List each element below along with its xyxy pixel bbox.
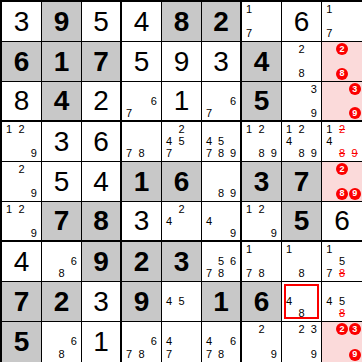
candidate-7: 7 — [203, 148, 215, 160]
candidate-2: 2 — [295, 43, 307, 55]
pencil-marks: 12489 — [282, 122, 321, 161]
candidate-6: 6 — [227, 95, 239, 107]
cell-r2c8[interactable]: 28 — [282, 42, 322, 82]
pencil-marks: 45789 — [202, 122, 240, 161]
candidate-9: 9 — [28, 148, 40, 160]
pencil-marks: 239 — [282, 322, 321, 362]
cell-r4c6[interactable]: 45789 — [202, 122, 242, 162]
cell-r1c7[interactable]: 17 — [242, 2, 282, 42]
pencil-marks: 29 — [242, 322, 281, 362]
cell-r2c7[interactable]: 4 — [242, 42, 282, 82]
candidate-7: 7 — [163, 348, 175, 361]
given-digit: 3 — [162, 242, 201, 281]
candidate-4: 4 — [203, 215, 215, 227]
pencil-marks: 67 — [122, 82, 161, 120]
pencil-marks: 1289 — [242, 122, 281, 161]
cell-r9c6[interactable]: 4678 — [202, 322, 242, 362]
pencil-marks: 18 — [282, 242, 321, 281]
candidate-4: 4 — [203, 336, 215, 349]
candidate-8: 8 — [295, 308, 307, 320]
pencil-marks: 29 — [2, 162, 41, 201]
cell-r4c5[interactable]: 2457 — [162, 122, 202, 162]
red-circle-mark: 2 — [336, 323, 348, 335]
pencil-marks: 289 — [322, 162, 362, 201]
solved-digit: 2 — [82, 82, 120, 120]
candidate-9: 9 — [28, 188, 40, 200]
candidate-2-circled: 2 — [336, 323, 349, 336]
candidate-7: 7 — [123, 348, 135, 361]
candidate-8-eliminated: 8 — [336, 148, 349, 160]
candidate-8: 8 — [135, 148, 147, 160]
candidate-2: 2 — [255, 123, 267, 135]
candidate-5: 5 — [336, 295, 349, 307]
given-digit: 3 — [242, 162, 281, 201]
candidate-5: 5 — [175, 135, 187, 147]
cell-r2c4[interactable]: 5 — [122, 42, 162, 82]
candidate-7: 7 — [123, 148, 135, 160]
candidate-5: 5 — [336, 255, 349, 267]
candidate-9: 9 — [308, 148, 320, 160]
cell-r6c7[interactable]: 129 — [242, 202, 282, 242]
cell-r4c7[interactable]: 1289 — [242, 122, 282, 162]
candidate-2-circled: 2 — [336, 163, 349, 175]
solved-digit: 4 — [122, 2, 161, 41]
candidate-7: 7 — [243, 28, 255, 40]
solved-digit: 5 — [82, 2, 120, 41]
candidate-9: 9 — [227, 188, 239, 200]
candidate-9: 9 — [227, 227, 239, 239]
candidate-7: 7 — [163, 148, 175, 160]
candidate-4: 4 — [203, 135, 215, 147]
candidate-2-eliminated: 2 — [336, 123, 349, 135]
candidate-1: 1 — [243, 203, 255, 215]
cell-r1c9[interactable]: 17 — [322, 2, 362, 42]
given-digit: 9 — [82, 242, 120, 281]
pencil-marks: 178 — [242, 242, 281, 281]
given-digit: 2 — [202, 2, 240, 41]
cell-r1c2[interactable]: 9 — [42, 2, 82, 42]
candidate-8-circled: 8 — [336, 68, 349, 80]
solved-digit: 3 — [2, 2, 41, 41]
candidate-1: 1 — [3, 203, 15, 215]
cell-r8c7[interactable]: 6 — [242, 282, 282, 322]
pencil-marks: 47 — [162, 322, 201, 362]
cell-r3c6[interactable]: 67 — [202, 82, 242, 122]
given-digit: 7 — [2, 282, 41, 321]
pencil-marks: 68 — [42, 242, 81, 281]
candidate-2: 2 — [255, 323, 267, 336]
cell-r4c8[interactable]: 12489 — [282, 122, 322, 162]
candidate-4: 4 — [323, 135, 336, 147]
given-digit: 7 — [42, 202, 81, 240]
candidate-7: 7 — [203, 268, 215, 280]
solved-digit: 9 — [162, 42, 201, 81]
given-digit: 4 — [242, 42, 281, 81]
cell-r8c4[interactable]: 9 — [122, 282, 162, 322]
candidate-3-circled: 3 — [348, 323, 361, 336]
given-digit: 4 — [42, 82, 81, 120]
candidate-8: 8 — [295, 148, 307, 160]
cell-r4c9[interactable]: 12489 — [322, 122, 362, 162]
candidate-9: 9 — [308, 348, 320, 361]
given-digit: 8 — [82, 202, 120, 240]
red-circle-mark: 9 — [349, 349, 361, 361]
cell-r9c9[interactable]: 239 — [322, 322, 362, 362]
cell-r1c5[interactable]: 8 — [162, 2, 202, 42]
cell-r8c6[interactable]: 1 — [202, 282, 242, 322]
candidate-9-circled: 9 — [348, 188, 361, 200]
cell-r3c7[interactable]: 5 — [242, 82, 282, 122]
cell-r1c8[interactable]: 6 — [282, 2, 322, 42]
cell-r4c1[interactable]: 129 — [2, 122, 42, 162]
cell-r5c2[interactable]: 5 — [42, 162, 82, 202]
candidate-1: 1 — [3, 123, 15, 135]
solved-digit: 3 — [42, 122, 81, 161]
candidate-7: 7 — [203, 107, 215, 119]
solved-digit: 6 — [82, 122, 120, 161]
cell-r7c8[interactable]: 18 — [282, 242, 322, 282]
solved-digit: 1 — [82, 322, 120, 362]
cell-r6c5[interactable]: 24 — [162, 202, 202, 242]
cell-r9c4[interactable]: 678 — [122, 322, 162, 362]
pencil-marks: 678 — [122, 322, 161, 362]
candidate-2: 2 — [175, 123, 187, 135]
cell-r9c3[interactable]: 1 — [82, 322, 122, 362]
candidate-4: 4 — [163, 336, 175, 349]
cell-r5c5[interactable]: 6 — [162, 162, 202, 202]
given-digit: 1 — [122, 162, 161, 201]
pencil-marks: 17 — [322, 2, 362, 41]
candidate-4: 4 — [163, 135, 175, 147]
cell-r7c4[interactable]: 2 — [122, 242, 162, 282]
candidate-9: 9 — [308, 107, 320, 119]
cell-r3c9[interactable]: 39 — [322, 82, 362, 122]
given-digit: 6 — [162, 162, 201, 201]
cell-r7c7[interactable]: 178 — [242, 242, 282, 282]
cell-r1c1[interactable]: 3 — [2, 2, 42, 42]
candidate-4: 4 — [283, 295, 295, 307]
cell-r8c8[interactable]: 48 — [282, 282, 322, 322]
pencil-marks: 39 — [322, 82, 362, 120]
red-circle-mark: 9 — [349, 188, 361, 200]
cell-r6c6[interactable]: 49 — [202, 202, 242, 242]
cell-r8c3[interactable]: 3 — [82, 282, 122, 322]
cell-r4c3[interactable]: 6 — [82, 122, 122, 162]
candidate-2: 2 — [15, 123, 27, 135]
pencil-marks: 49 — [202, 202, 240, 240]
candidate-8: 8 — [215, 188, 227, 200]
candidate-4: 4 — [283, 135, 295, 147]
cell-r7c2[interactable]: 68 — [42, 242, 82, 282]
cell-r5c9[interactable]: 289 — [322, 162, 362, 202]
cell-r5c3[interactable]: 4 — [82, 162, 122, 202]
solved-digit: 1 — [162, 82, 201, 120]
pencil-marks: 24 — [162, 202, 201, 240]
cell-r3c3[interactable]: 2 — [82, 82, 122, 122]
cell-r7c5[interactable]: 3 — [162, 242, 202, 282]
given-digit: 5 — [282, 202, 321, 240]
solved-digit: 3 — [82, 282, 120, 321]
candidate-8: 8 — [215, 148, 227, 160]
candidate-1: 1 — [283, 123, 295, 135]
cell-r9c2[interactable]: 68 — [42, 322, 82, 362]
red-circle-mark: 8 — [336, 68, 348, 80]
candidate-6: 6 — [68, 336, 80, 349]
solved-digit: 3 — [202, 42, 240, 81]
cell-r1c4[interactable]: 4 — [122, 2, 162, 42]
candidate-5: 5 — [175, 295, 187, 307]
candidate-1: 1 — [323, 243, 336, 255]
cell-r4c4[interactable]: 78 — [122, 122, 162, 162]
pencil-marks: 4678 — [202, 322, 240, 362]
cell-r6c3[interactable]: 8 — [82, 202, 122, 242]
pencil-marks: 17 — [242, 2, 281, 41]
candidate-9-circled: 9 — [348, 107, 361, 119]
cell-r4c2[interactable]: 3 — [42, 122, 82, 162]
cell-r3c1[interactable]: 8 — [2, 82, 42, 122]
candidate-6: 6 — [227, 255, 239, 267]
given-digit: 5 — [242, 82, 281, 120]
candidate-9-eliminated: 9 — [348, 148, 361, 160]
cell-r2c2[interactable]: 1 — [42, 42, 82, 82]
pencil-marks: 28 — [322, 42, 362, 81]
candidate-2: 2 — [15, 163, 27, 175]
candidate-2: 2 — [295, 123, 307, 135]
candidate-4: 4 — [163, 215, 175, 227]
given-digit: 7 — [282, 162, 321, 201]
candidate-6: 6 — [68, 255, 80, 267]
cell-r7c6[interactable]: 5678 — [202, 242, 242, 282]
candidate-3: 3 — [308, 83, 320, 95]
red-circle-mark: 9 — [349, 107, 361, 119]
solved-digit: 4 — [82, 162, 120, 201]
cell-r5c7[interactable]: 3 — [242, 162, 282, 202]
candidate-3: 3 — [308, 323, 320, 336]
cell-r6c8[interactable]: 5 — [282, 202, 322, 242]
pencil-marks: 239 — [322, 322, 362, 362]
red-circle-mark: 3 — [349, 323, 361, 335]
given-digit: 7 — [82, 42, 120, 81]
solved-digit: 5 — [122, 42, 161, 81]
cell-r9c1[interactable]: 5 — [2, 322, 42, 362]
cell-r2c5[interactable]: 9 — [162, 42, 202, 82]
candidate-9-circled: 9 — [348, 348, 361, 361]
cell-r6c2[interactable]: 7 — [42, 202, 82, 242]
cell-r3c4[interactable]: 67 — [122, 82, 162, 122]
cell-r3c5[interactable]: 1 — [162, 82, 202, 122]
given-digit: 9 — [42, 2, 81, 41]
pencil-marks: 458 — [322, 282, 362, 321]
candidate-4: 4 — [323, 295, 336, 307]
candidate-2: 2 — [295, 323, 307, 336]
candidate-8: 8 — [255, 148, 267, 160]
red-circle-mark: 2 — [336, 163, 348, 175]
candidate-2: 2 — [15, 203, 27, 215]
cell-r3c2[interactable]: 4 — [42, 82, 82, 122]
cell-r5c1[interactable]: 29 — [2, 162, 42, 202]
candidate-7: 7 — [203, 348, 215, 361]
cell-r7c1[interactable]: 4 — [2, 242, 42, 282]
candidate-6: 6 — [148, 95, 160, 107]
candidate-8: 8 — [255, 268, 267, 280]
cell-r9c5[interactable]: 47 — [162, 322, 202, 362]
cell-r2c1[interactable]: 6 — [2, 42, 42, 82]
cell-r5c8[interactable]: 7 — [282, 162, 322, 202]
candidate-5: 5 — [215, 135, 227, 147]
cell-r8c2[interactable]: 2 — [42, 282, 82, 322]
solved-digit: 4 — [2, 242, 41, 281]
cell-r6c4[interactable]: 3 — [122, 202, 162, 242]
candidate-9: 9 — [268, 348, 280, 361]
given-digit: 2 — [122, 242, 161, 281]
pencil-marks: 129 — [2, 202, 41, 240]
red-circle-mark: 8 — [336, 188, 348, 200]
given-digit: 8 — [162, 2, 201, 41]
cell-r7c3[interactable]: 9 — [82, 242, 122, 282]
cell-r2c6[interactable]: 3 — [202, 42, 242, 82]
pencil-marks: 129 — [2, 122, 41, 161]
candidate-7: 7 — [243, 268, 255, 280]
pencil-marks: 68 — [42, 322, 81, 362]
candidate-7: 7 — [323, 28, 336, 40]
cell-r5c4[interactable]: 1 — [122, 162, 162, 202]
pencil-marks: 78 — [122, 122, 161, 161]
cell-r9c7[interactable]: 29 — [242, 322, 282, 362]
candidate-7: 7 — [123, 107, 135, 119]
candidate-2: 2 — [255, 203, 267, 215]
given-digit: 6 — [2, 42, 41, 81]
cell-r8c5[interactable]: 45 — [162, 282, 202, 322]
solved-digit: 6 — [282, 2, 321, 41]
cell-r2c9[interactable]: 28 — [322, 42, 362, 82]
given-digit: 5 — [2, 322, 41, 362]
candidate-8: 8 — [135, 348, 147, 361]
cell-r1c6[interactable]: 2 — [202, 2, 242, 42]
pencil-marks: 12489 — [322, 122, 362, 161]
candidate-8: 8 — [55, 348, 67, 361]
candidate-1: 1 — [323, 123, 336, 135]
pencil-marks: 45 — [162, 282, 201, 321]
given-digit: 2 — [42, 282, 81, 321]
candidate-8-eliminated: 8 — [336, 268, 349, 280]
red-circle-mark: 2 — [336, 43, 348, 55]
candidate-4: 4 — [163, 295, 175, 307]
solved-digit: 6 — [322, 202, 362, 240]
pencil-marks: 28 — [282, 42, 321, 81]
cell-r8c1[interactable]: 7 — [2, 282, 42, 322]
given-digit: 6 — [242, 282, 281, 321]
cell-r6c9[interactable]: 6 — [322, 202, 362, 242]
candidate-2-circled: 2 — [336, 43, 349, 55]
candidate-2: 2 — [175, 203, 187, 215]
solved-digit: 3 — [122, 202, 161, 240]
pencil-marks: 39 — [282, 82, 321, 120]
cell-r8c9[interactable]: 458 — [322, 282, 362, 322]
solved-digit: 5 — [42, 162, 81, 201]
pencil-marks: 1578 — [322, 242, 362, 281]
cell-r7c9[interactable]: 1578 — [322, 242, 362, 282]
candidate-1: 1 — [243, 243, 255, 255]
candidate-9: 9 — [28, 227, 40, 239]
pencil-marks: 67 — [202, 82, 240, 120]
candidate-7: 7 — [323, 268, 336, 280]
candidate-8: 8 — [55, 268, 67, 280]
candidate-8-eliminated: 8 — [336, 308, 349, 320]
candidate-6: 6 — [148, 336, 160, 349]
candidate-1: 1 — [323, 3, 336, 15]
candidate-5: 5 — [215, 255, 227, 267]
pencil-marks: 5678 — [202, 242, 240, 281]
given-digit: 1 — [42, 42, 81, 81]
given-digit: 9 — [122, 282, 161, 321]
cell-r6c1[interactable]: 129 — [2, 202, 42, 242]
cell-r1c3[interactable]: 5 — [82, 2, 122, 42]
candidate-1: 1 — [243, 3, 255, 15]
candidate-8: 8 — [295, 268, 307, 280]
cell-r5c6[interactable]: 89 — [202, 162, 242, 202]
cell-r2c3[interactable]: 7 — [82, 42, 122, 82]
candidate-3-circled: 3 — [348, 83, 361, 95]
red-circle-mark: 3 — [349, 83, 361, 95]
candidate-9: 9 — [268, 227, 280, 239]
candidate-8: 8 — [215, 348, 227, 361]
solved-digit: 8 — [2, 82, 41, 120]
candidate-8: 8 — [215, 268, 227, 280]
sudoku-board: 3954821761761759342828842671675393912936… — [0, 0, 362, 362]
pencil-marks: 48 — [282, 282, 321, 321]
candidate-1: 1 — [283, 243, 295, 255]
candidate-1: 1 — [243, 123, 255, 135]
candidate-9: 9 — [268, 148, 280, 160]
candidate-8: 8 — [295, 68, 307, 80]
candidate-6: 6 — [227, 336, 239, 349]
cell-r3c8[interactable]: 39 — [282, 82, 322, 122]
cell-r9c8[interactable]: 239 — [282, 322, 322, 362]
pencil-marks: 129 — [242, 202, 281, 240]
given-digit: 1 — [202, 282, 240, 321]
candidate-9: 9 — [227, 148, 239, 160]
pencil-marks: 2457 — [162, 122, 201, 161]
pencil-marks: 89 — [202, 162, 240, 201]
candidate-8-circled: 8 — [336, 188, 349, 200]
